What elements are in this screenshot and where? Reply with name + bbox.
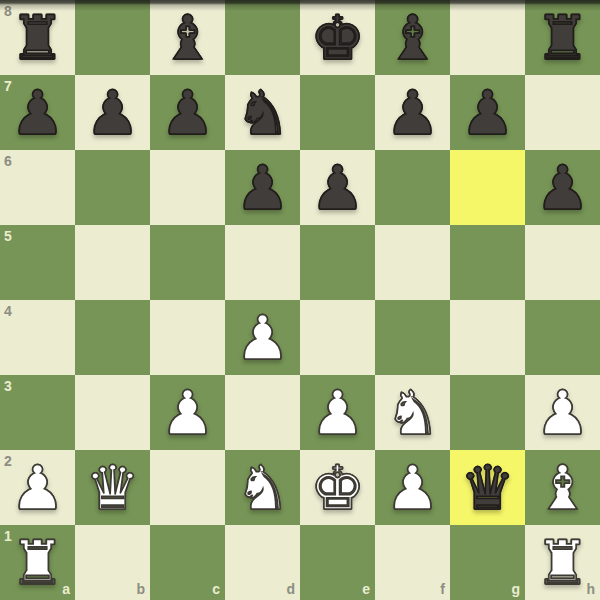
piece-black-pawn[interactable]: ♟ <box>460 75 515 150</box>
square-a2[interactable]: 2♟ <box>0 450 75 525</box>
square-f8[interactable]: ♝ <box>375 0 450 75</box>
piece-white-knight[interactable]: ♞ <box>385 375 440 450</box>
piece-white-pawn[interactable]: ♟ <box>535 375 590 450</box>
file-label-b: b <box>136 582 145 596</box>
square-h4[interactable] <box>525 300 600 375</box>
file-label-f: f <box>440 582 445 596</box>
square-a5[interactable]: 5 <box>0 225 75 300</box>
piece-white-pawn[interactable]: ♟ <box>310 375 365 450</box>
square-c5[interactable] <box>150 225 225 300</box>
piece-black-pawn[interactable]: ♟ <box>10 75 65 150</box>
square-b8[interactable] <box>75 0 150 75</box>
square-f1[interactable]: f <box>375 525 450 600</box>
rank-label-1: 1 <box>4 529 12 543</box>
rank-label-7: 7 <box>4 79 12 93</box>
square-e4[interactable] <box>300 300 375 375</box>
square-g2[interactable]: ♛ <box>450 450 525 525</box>
square-e2[interactable]: ♚ <box>300 450 375 525</box>
piece-white-pawn[interactable]: ♟ <box>385 450 440 525</box>
piece-black-rook[interactable]: ♜ <box>10 0 65 75</box>
piece-black-rook[interactable]: ♜ <box>535 0 590 75</box>
piece-black-knight[interactable]: ♞ <box>235 75 290 150</box>
square-g1[interactable]: g <box>450 525 525 600</box>
square-h1[interactable]: h♜ <box>525 525 600 600</box>
square-g7[interactable]: ♟ <box>450 75 525 150</box>
square-g8[interactable] <box>450 0 525 75</box>
square-f7[interactable]: ♟ <box>375 75 450 150</box>
file-label-c: c <box>212 582 220 596</box>
square-h8[interactable]: ♜ <box>525 0 600 75</box>
piece-white-pawn[interactable]: ♟ <box>10 450 65 525</box>
square-e6[interactable]: ♟ <box>300 150 375 225</box>
square-c6[interactable] <box>150 150 225 225</box>
square-c4[interactable] <box>150 300 225 375</box>
piece-white-king[interactable]: ♚ <box>310 450 365 525</box>
square-d7[interactable]: ♞ <box>225 75 300 150</box>
square-d8[interactable] <box>225 0 300 75</box>
square-g5[interactable] <box>450 225 525 300</box>
piece-white-rook[interactable]: ♜ <box>10 525 65 600</box>
piece-black-bishop[interactable]: ♝ <box>160 0 215 75</box>
rank-label-3: 3 <box>4 379 12 393</box>
square-b3[interactable] <box>75 375 150 450</box>
square-a6[interactable]: 6 <box>0 150 75 225</box>
square-a1[interactable]: 1a♜ <box>0 525 75 600</box>
square-a7[interactable]: 7♟ <box>0 75 75 150</box>
piece-black-bishop[interactable]: ♝ <box>385 0 440 75</box>
chess-board: 8♜♝♚♝♜7♟♟♟♞♟♟6♟♟♟54♟3♟♟♞♟2♟♛♞♚♟♛♝1a♜bcde… <box>0 0 600 600</box>
square-d4[interactable]: ♟ <box>225 300 300 375</box>
piece-black-pawn[interactable]: ♟ <box>310 150 365 225</box>
piece-white-rook[interactable]: ♜ <box>535 525 590 600</box>
piece-black-pawn[interactable]: ♟ <box>85 75 140 150</box>
piece-black-pawn[interactable]: ♟ <box>160 75 215 150</box>
square-d6[interactable]: ♟ <box>225 150 300 225</box>
square-g4[interactable] <box>450 300 525 375</box>
rank-label-8: 8 <box>4 4 12 18</box>
piece-white-pawn[interactable]: ♟ <box>235 300 290 375</box>
square-c8[interactable]: ♝ <box>150 0 225 75</box>
square-c1[interactable]: c <box>150 525 225 600</box>
square-a8[interactable]: 8♜ <box>0 0 75 75</box>
rank-label-4: 4 <box>4 304 12 318</box>
square-d3[interactable] <box>225 375 300 450</box>
piece-black-pawn[interactable]: ♟ <box>235 150 290 225</box>
piece-white-queen[interactable]: ♛ <box>85 450 140 525</box>
square-h7[interactable] <box>525 75 600 150</box>
file-label-a: a <box>62 582 70 596</box>
square-e7[interactable] <box>300 75 375 150</box>
file-label-g: g <box>511 582 520 596</box>
square-g6[interactable] <box>450 150 525 225</box>
square-e3[interactable]: ♟ <box>300 375 375 450</box>
square-b1[interactable]: b <box>75 525 150 600</box>
square-d5[interactable] <box>225 225 300 300</box>
square-f4[interactable] <box>375 300 450 375</box>
square-b6[interactable] <box>75 150 150 225</box>
piece-black-queen[interactable]: ♛ <box>460 450 515 525</box>
square-h6[interactable]: ♟ <box>525 150 600 225</box>
square-d2[interactable]: ♞ <box>225 450 300 525</box>
chess-board-container: 8♜♝♚♝♜7♟♟♟♞♟♟6♟♟♟54♟3♟♟♞♟2♟♛♞♚♟♛♝1a♜bcde… <box>0 0 600 600</box>
square-e5[interactable] <box>300 225 375 300</box>
piece-white-pawn[interactable]: ♟ <box>160 375 215 450</box>
square-e1[interactable]: e <box>300 525 375 600</box>
square-g3[interactable] <box>450 375 525 450</box>
square-a3[interactable]: 3 <box>0 375 75 450</box>
square-c2[interactable] <box>150 450 225 525</box>
rank-label-2: 2 <box>4 454 12 468</box>
square-b2[interactable]: ♛ <box>75 450 150 525</box>
piece-white-bishop[interactable]: ♝ <box>535 450 590 525</box>
file-label-e: e <box>362 582 370 596</box>
square-c3[interactable]: ♟ <box>150 375 225 450</box>
piece-black-pawn[interactable]: ♟ <box>535 150 590 225</box>
square-b7[interactable]: ♟ <box>75 75 150 150</box>
rank-label-6: 6 <box>4 154 12 168</box>
square-h3[interactable]: ♟ <box>525 375 600 450</box>
piece-white-knight[interactable]: ♞ <box>235 450 290 525</box>
square-h5[interactable] <box>525 225 600 300</box>
square-b5[interactable] <box>75 225 150 300</box>
square-c7[interactable]: ♟ <box>150 75 225 150</box>
square-f3[interactable]: ♞ <box>375 375 450 450</box>
square-a4[interactable]: 4 <box>0 300 75 375</box>
square-f5[interactable] <box>375 225 450 300</box>
square-d1[interactable]: d <box>225 525 300 600</box>
square-f2[interactable]: ♟ <box>375 450 450 525</box>
square-b4[interactable] <box>75 300 150 375</box>
file-label-d: d <box>286 582 295 596</box>
file-label-h: h <box>586 582 595 596</box>
piece-black-pawn[interactable]: ♟ <box>385 75 440 150</box>
square-f6[interactable] <box>375 150 450 225</box>
square-e8[interactable]: ♚ <box>300 0 375 75</box>
rank-label-5: 5 <box>4 229 12 243</box>
piece-black-king[interactable]: ♚ <box>310 0 365 75</box>
square-h2[interactable]: ♝ <box>525 450 600 525</box>
